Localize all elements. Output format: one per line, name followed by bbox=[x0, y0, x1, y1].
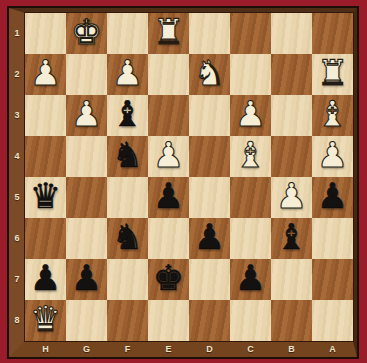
square-d1[interactable] bbox=[189, 13, 230, 54]
rank-label-8: 8 bbox=[9, 300, 25, 341]
square-g6[interactable] bbox=[66, 218, 107, 259]
black-queen-piece[interactable]: ♛ bbox=[30, 177, 61, 217]
file-labels: HGFEDCBA bbox=[25, 341, 353, 357]
black-knight-piece[interactable]: ♞ bbox=[112, 218, 143, 258]
square-d3[interactable] bbox=[189, 95, 230, 136]
white-pawn-piece[interactable]: ♟ bbox=[317, 136, 348, 176]
black-pawn-piece[interactable]: ♟ bbox=[194, 218, 225, 258]
file-label-a: A bbox=[312, 341, 353, 357]
square-b8[interactable] bbox=[271, 300, 312, 341]
square-h7[interactable]: ♟ bbox=[25, 259, 66, 300]
rank-label-7: 7 bbox=[9, 259, 25, 300]
square-b7[interactable] bbox=[271, 259, 312, 300]
file-label-d: D bbox=[189, 341, 230, 357]
black-bishop-piece[interactable]: ♝ bbox=[112, 95, 143, 135]
square-c6[interactable] bbox=[230, 218, 271, 259]
square-g2[interactable] bbox=[66, 54, 107, 95]
square-h8[interactable]: ♛ bbox=[25, 300, 66, 341]
square-c7[interactable]: ♟ bbox=[230, 259, 271, 300]
square-a7[interactable] bbox=[312, 259, 353, 300]
square-g3[interactable]: ♟ bbox=[66, 95, 107, 136]
white-king-piece[interactable]: ♚ bbox=[71, 13, 102, 53]
square-d7[interactable] bbox=[189, 259, 230, 300]
square-c8[interactable] bbox=[230, 300, 271, 341]
chess-diagram: 12345678 HGFEDCBA ♚♜♟♟♞♜♟♝♟♝♞♟♝♟♛♟♟♟♞♟♝♟… bbox=[0, 0, 367, 363]
file-label-f: F bbox=[107, 341, 148, 357]
square-e6[interactable] bbox=[148, 218, 189, 259]
square-h6[interactable] bbox=[25, 218, 66, 259]
square-a1[interactable] bbox=[312, 13, 353, 54]
square-e8[interactable] bbox=[148, 300, 189, 341]
black-pawn-piece[interactable]: ♟ bbox=[71, 259, 102, 299]
square-c4[interactable]: ♝ bbox=[230, 136, 271, 177]
rank-labels: 12345678 bbox=[9, 13, 25, 341]
square-h1[interactable] bbox=[25, 13, 66, 54]
rank-label-3: 3 bbox=[9, 95, 25, 136]
white-rook-piece[interactable]: ♜ bbox=[317, 54, 348, 94]
white-bishop-piece[interactable]: ♝ bbox=[317, 95, 348, 135]
white-knight-piece[interactable]: ♞ bbox=[194, 54, 225, 94]
black-pawn-piece[interactable]: ♟ bbox=[153, 177, 184, 217]
black-pawn-piece[interactable]: ♟ bbox=[317, 177, 348, 217]
square-c2[interactable] bbox=[230, 54, 271, 95]
square-h3[interactable] bbox=[25, 95, 66, 136]
square-b3[interactable] bbox=[271, 95, 312, 136]
square-b5[interactable]: ♟ bbox=[271, 177, 312, 218]
square-f2[interactable]: ♟ bbox=[107, 54, 148, 95]
white-pawn-piece[interactable]: ♟ bbox=[71, 95, 102, 135]
white-pawn-piece[interactable]: ♟ bbox=[30, 54, 61, 94]
file-label-c: C bbox=[230, 341, 271, 357]
square-a4[interactable]: ♟ bbox=[312, 136, 353, 177]
white-rook-piece[interactable]: ♜ bbox=[153, 13, 184, 53]
square-d2[interactable]: ♞ bbox=[189, 54, 230, 95]
square-g4[interactable] bbox=[66, 136, 107, 177]
square-b2[interactable] bbox=[271, 54, 312, 95]
black-king-piece[interactable]: ♚ bbox=[153, 259, 184, 299]
square-h4[interactable] bbox=[25, 136, 66, 177]
square-b4[interactable] bbox=[271, 136, 312, 177]
square-d8[interactable] bbox=[189, 300, 230, 341]
file-label-b: B bbox=[271, 341, 312, 357]
square-f3[interactable]: ♝ bbox=[107, 95, 148, 136]
square-e5[interactable]: ♟ bbox=[148, 177, 189, 218]
white-bishop-piece[interactable]: ♝ bbox=[235, 136, 266, 176]
rank-label-6: 6 bbox=[9, 218, 25, 259]
rank-label-1: 1 bbox=[9, 13, 25, 54]
black-pawn-piece[interactable]: ♟ bbox=[235, 259, 266, 299]
square-e2[interactable] bbox=[148, 54, 189, 95]
rank-label-5: 5 bbox=[9, 177, 25, 218]
square-c5[interactable] bbox=[230, 177, 271, 218]
white-pawn-piece[interactable]: ♟ bbox=[153, 136, 184, 176]
square-g5[interactable] bbox=[66, 177, 107, 218]
square-a6[interactable] bbox=[312, 218, 353, 259]
square-e3[interactable] bbox=[148, 95, 189, 136]
square-f7[interactable] bbox=[107, 259, 148, 300]
white-pawn-piece[interactable]: ♟ bbox=[235, 95, 266, 135]
square-g7[interactable]: ♟ bbox=[66, 259, 107, 300]
file-label-h: H bbox=[25, 341, 66, 357]
square-d4[interactable] bbox=[189, 136, 230, 177]
chess-board: ♚♜♟♟♞♜♟♝♟♝♞♟♝♟♛♟♟♟♞♟♝♟♟♚♟♛ bbox=[25, 13, 353, 341]
square-f1[interactable] bbox=[107, 13, 148, 54]
square-h5[interactable]: ♛ bbox=[25, 177, 66, 218]
square-a5[interactable]: ♟ bbox=[312, 177, 353, 218]
square-a8[interactable] bbox=[312, 300, 353, 341]
square-e7[interactable]: ♚ bbox=[148, 259, 189, 300]
square-e4[interactable]: ♟ bbox=[148, 136, 189, 177]
square-g8[interactable] bbox=[66, 300, 107, 341]
square-d6[interactable]: ♟ bbox=[189, 218, 230, 259]
square-g1[interactable]: ♚ bbox=[66, 13, 107, 54]
square-f4[interactable]: ♞ bbox=[107, 136, 148, 177]
square-e1[interactable]: ♜ bbox=[148, 13, 189, 54]
white-pawn-piece[interactable]: ♟ bbox=[112, 54, 143, 94]
square-b6[interactable]: ♝ bbox=[271, 218, 312, 259]
rank-label-2: 2 bbox=[9, 54, 25, 95]
square-f8[interactable] bbox=[107, 300, 148, 341]
file-label-g: G bbox=[66, 341, 107, 357]
rank-label-4: 4 bbox=[9, 136, 25, 177]
square-c1[interactable] bbox=[230, 13, 271, 54]
file-label-e: E bbox=[148, 341, 189, 357]
square-c3[interactable]: ♟ bbox=[230, 95, 271, 136]
square-h2[interactable]: ♟ bbox=[25, 54, 66, 95]
square-f6[interactable]: ♞ bbox=[107, 218, 148, 259]
white-pawn-piece[interactable]: ♟ bbox=[276, 177, 307, 217]
square-f5[interactable] bbox=[107, 177, 148, 218]
square-a3[interactable]: ♝ bbox=[312, 95, 353, 136]
white-queen-piece[interactable]: ♛ bbox=[30, 300, 61, 340]
square-d5[interactable] bbox=[189, 177, 230, 218]
black-pawn-piece[interactable]: ♟ bbox=[30, 259, 61, 299]
black-knight-piece[interactable]: ♞ bbox=[112, 136, 143, 176]
black-bishop-piece[interactable]: ♝ bbox=[276, 218, 307, 258]
square-a2[interactable]: ♜ bbox=[312, 54, 353, 95]
square-b1[interactable] bbox=[271, 13, 312, 54]
